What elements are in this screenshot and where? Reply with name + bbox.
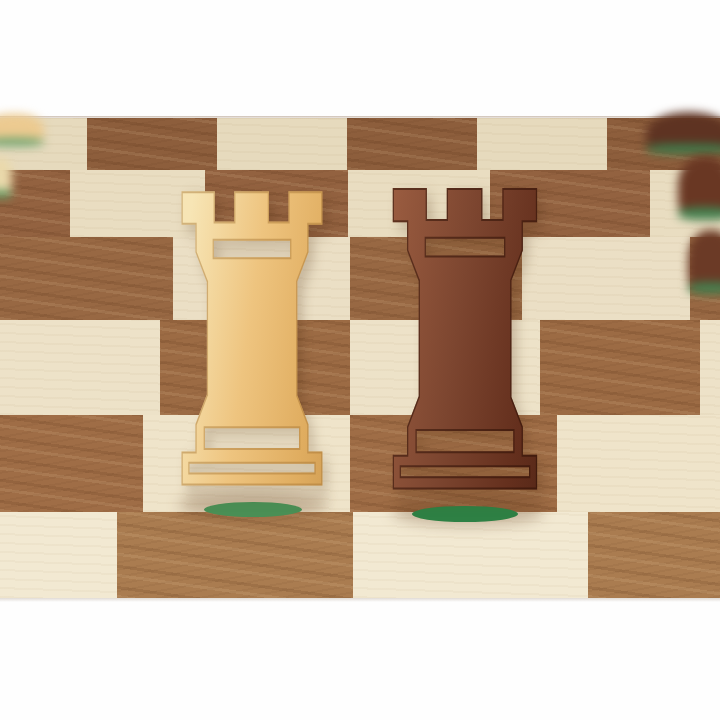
white-rook-glyph: ♜ [141, 113, 363, 578]
felt-base [0, 138, 44, 146]
square-dark [0, 415, 143, 512]
blurred-rosewood-piece-base [678, 156, 720, 220]
square-light [0, 512, 117, 598]
dark-rook-glyph: ♜ [351, 107, 579, 585]
square-dark [588, 512, 720, 598]
board-near-edge [0, 598, 720, 602]
blurred-boxwood-piece-base [0, 158, 12, 198]
studio-scene: ♜ ♜ [0, 0, 720, 720]
felt-base [646, 144, 720, 154]
blurred-rosewood-piece-base [646, 112, 720, 154]
blurred-rosewood-piece-base [688, 230, 720, 294]
square-light [700, 320, 720, 415]
felt-base [678, 207, 720, 220]
white-rook: ♜ [128, 146, 376, 546]
blurred-boxwood-piece-base [0, 114, 44, 146]
felt-base [688, 282, 720, 294]
dark-rook: ♜ [341, 141, 589, 551]
